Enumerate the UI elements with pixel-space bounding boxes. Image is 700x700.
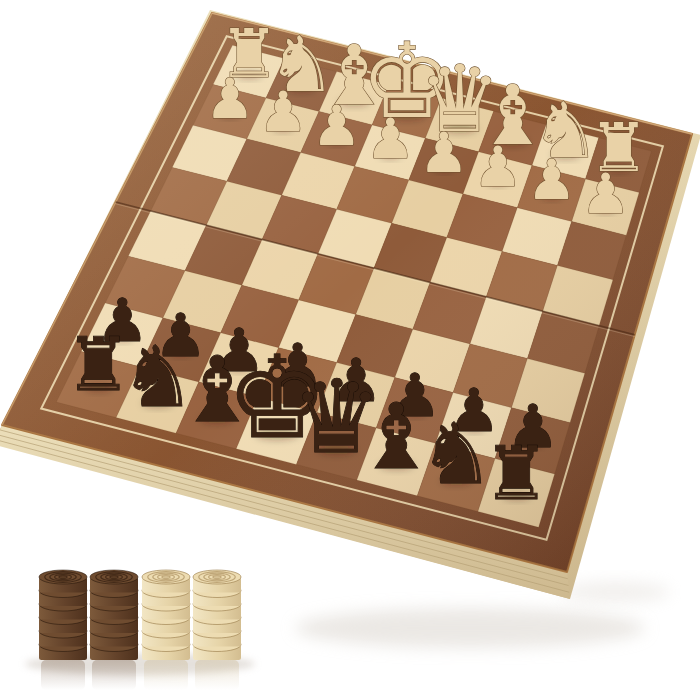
piece-black-rook-a8: ♜ [483,430,549,516]
board-floor-reflection [560,582,670,602]
piece-glyph: ♟ [581,162,631,226]
piece-glyph: ♟ [527,148,577,212]
checker-reflection [144,660,188,690]
piece-white-pawn-d2: ♟ [419,121,469,185]
piece-glyph: ♟ [205,67,255,131]
checker-reflection [92,660,136,690]
checker-reflection [41,660,85,690]
piece-glyph: ♟ [312,94,362,158]
piece-white-pawn-e2: ♟ [365,107,415,171]
product-photo-scene: ♜♞♝♚♟♛♟♝♟♞♟♜♟♟♟♟♟♟♟♟♜♟♞♟♝♟♚♟♛♝♞♜ [0,0,700,700]
piece-glyph: ♟ [419,121,469,185]
piece-white-pawn-g2: ♟ [258,80,308,144]
piece-glyph: ♟ [365,107,415,171]
piece-white-pawn-h2: ♟ [205,67,255,131]
checker-reflection [195,660,239,690]
piece-glyph: ♟ [258,80,308,144]
checkers-stack-dark-1 [39,570,87,690]
piece-glyph: ♟ [473,135,523,199]
piece-white-pawn-c2: ♟ [473,135,523,199]
checkers-stack-dark-2 [90,570,138,690]
board-floor-reflection [295,608,645,648]
piece-white-pawn-b2: ♟ [527,148,577,212]
piece-white-pawn-a2: ♟ [581,162,631,226]
piece-white-pawn-f2: ♟ [312,94,362,158]
checkers-stack-light-4 [193,570,241,690]
piece-glyph: ♜ [483,430,549,516]
chess-set-image: ♜♞♝♚♟♛♟♝♟♞♟♜♟♟♟♟♟♟♟♟♜♟♞♟♝♟♚♟♛♝♞♜ [0,0,700,700]
checkers-stack-light-3 [142,570,190,690]
